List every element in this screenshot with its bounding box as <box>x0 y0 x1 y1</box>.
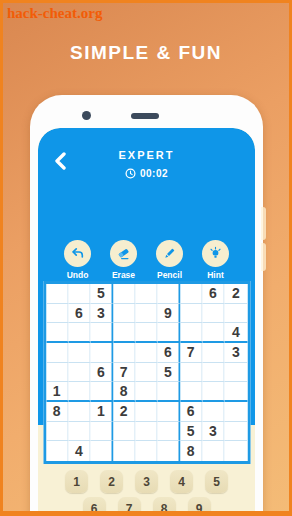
pencil-label: Pencil <box>157 270 182 280</box>
cell-r1c4[interactable] <box>113 284 135 304</box>
cell-r3c6[interactable] <box>158 323 180 343</box>
promo-image: hack-cheat.org SIMPLE & FUN EXPERT <box>0 0 292 516</box>
cell-r6c6[interactable] <box>158 382 180 402</box>
cell-r3c9[interactable]: 4 <box>225 323 247 343</box>
numpad-button-8[interactable]: 8 <box>153 497 176 516</box>
toolbar: Undo Erase <box>38 240 255 280</box>
cell-r1c5[interactable] <box>135 284 157 304</box>
cell-r7c7[interactable]: 6 <box>180 402 202 422</box>
cell-r2c4[interactable] <box>113 304 135 324</box>
cell-r6c4[interactable]: 8 <box>113 382 135 402</box>
cell-r1c6[interactable] <box>158 284 180 304</box>
undo-icon <box>64 240 91 267</box>
cell-r9c3[interactable] <box>91 441 113 461</box>
pencil-icon <box>156 240 183 267</box>
cell-r8c6[interactable] <box>158 422 180 442</box>
hint-label: Hint <box>207 270 224 280</box>
cell-r8c5[interactable] <box>135 422 157 442</box>
eraser-icon <box>110 240 137 267</box>
cell-r5c7[interactable] <box>180 363 202 383</box>
cell-r6c7[interactable] <box>180 382 202 402</box>
phone-power-button <box>261 243 266 271</box>
cell-r1c7[interactable] <box>180 284 202 304</box>
cell-r7c2[interactable] <box>68 402 90 422</box>
cell-r1c8[interactable]: 6 <box>202 284 224 304</box>
cell-r4c4[interactable] <box>113 343 135 363</box>
cell-r2c2[interactable]: 6 <box>68 304 90 324</box>
cell-r6c2[interactable] <box>68 382 90 402</box>
cell-r9c6[interactable] <box>158 441 180 461</box>
cell-r4c6[interactable]: 6 <box>158 343 180 363</box>
cell-r7c4[interactable]: 2 <box>113 402 135 422</box>
cell-r5c5[interactable] <box>135 363 157 383</box>
cell-r3c1[interactable] <box>46 323 68 343</box>
undo-label: Undo <box>67 270 89 280</box>
sudoku-grid: 56263946736751881265348 <box>43 281 250 464</box>
cell-r2c3[interactable]: 3 <box>91 304 113 324</box>
undo-button[interactable]: Undo <box>64 240 91 280</box>
banner-title: SIMPLE & FUN <box>0 42 292 64</box>
cell-r5c6[interactable]: 5 <box>158 363 180 383</box>
cell-r3c3[interactable] <box>91 323 113 343</box>
cell-r9c5[interactable] <box>135 441 157 461</box>
cell-r1c1[interactable] <box>46 284 68 304</box>
cell-r4c1[interactable] <box>46 343 68 363</box>
cell-r8c4[interactable] <box>113 422 135 442</box>
cell-r3c5[interactable] <box>135 323 157 343</box>
cell-r6c9[interactable] <box>225 382 247 402</box>
cell-r8c2[interactable] <box>68 422 90 442</box>
cell-r5c2[interactable] <box>68 363 90 383</box>
cell-r9c1[interactable] <box>46 441 68 461</box>
cell-r1c9[interactable]: 2 <box>225 284 247 304</box>
cell-r2c5[interactable] <box>135 304 157 324</box>
cell-r9c2[interactable]: 4 <box>68 441 90 461</box>
phone-mockup: EXPERT 00:02 <box>30 95 263 516</box>
cell-r8c9[interactable] <box>225 422 247 442</box>
numpad-button-5[interactable]: 5 <box>205 470 228 493</box>
cell-r5c4[interactable]: 7 <box>113 363 135 383</box>
cell-r6c8[interactable] <box>202 382 224 402</box>
numpad-button-9[interactable]: 9 <box>188 497 211 516</box>
watermark: hack-cheat.org <box>7 5 102 22</box>
cell-r7c3[interactable]: 1 <box>91 402 113 422</box>
cell-r6c5[interactable] <box>135 382 157 402</box>
cell-r4c7[interactable]: 7 <box>180 343 202 363</box>
cell-r3c2[interactable] <box>68 323 90 343</box>
cell-r7c1[interactable]: 8 <box>46 402 68 422</box>
numpad-button-4[interactable]: 4 <box>170 470 193 493</box>
cell-r6c3[interactable] <box>91 382 113 402</box>
cell-r7c9[interactable] <box>225 402 247 422</box>
cell-r5c3[interactable]: 6 <box>91 363 113 383</box>
cell-r4c2[interactable] <box>68 343 90 363</box>
phone-speaker <box>131 113 159 119</box>
numpad-button-7[interactable]: 7 <box>118 497 141 516</box>
cell-r4c8[interactable] <box>202 343 224 363</box>
cell-r5c8[interactable] <box>202 363 224 383</box>
cell-r7c8[interactable] <box>202 402 224 422</box>
phone-volume-button <box>261 207 266 240</box>
cell-r7c6[interactable] <box>158 402 180 422</box>
app-screen: EXPERT 00:02 <box>38 128 255 516</box>
hint-button[interactable]: Hint <box>202 240 229 280</box>
timer: 00:02 <box>38 168 255 179</box>
cell-r8c1[interactable] <box>46 422 68 442</box>
cell-r2c9[interactable] <box>225 304 247 324</box>
cell-r1c2[interactable] <box>68 284 90 304</box>
numpad-row-2: 6789 <box>38 497 255 516</box>
cell-r3c8[interactable] <box>202 323 224 343</box>
cell-r4c9[interactable]: 3 <box>225 343 247 363</box>
numpad-button-1[interactable]: 1 <box>65 470 88 493</box>
cell-r9c4[interactable] <box>113 441 135 461</box>
cell-r8c7[interactable]: 5 <box>180 422 202 442</box>
cell-r3c4[interactable] <box>113 323 135 343</box>
cell-r4c3[interactable] <box>91 343 113 363</box>
timer-value: 00:02 <box>140 168 168 179</box>
cell-r8c8[interactable]: 3 <box>202 422 224 442</box>
cell-r3c7[interactable] <box>180 323 202 343</box>
erase-button[interactable]: Erase <box>110 240 137 280</box>
cell-r2c8[interactable] <box>202 304 224 324</box>
pencil-button[interactable]: Pencil <box>156 240 183 280</box>
cell-r2c1[interactable] <box>46 304 68 324</box>
numpad-row-1: 12345 <box>38 470 255 493</box>
difficulty-label: EXPERT <box>38 149 255 161</box>
cell-r2c6[interactable]: 9 <box>158 304 180 324</box>
cell-r7c5[interactable] <box>135 402 157 422</box>
cell-r2c7[interactable] <box>180 304 202 324</box>
cell-r8c3[interactable] <box>91 422 113 442</box>
cell-r1c3[interactable]: 5 <box>91 284 113 304</box>
numpad-button-6[interactable]: 6 <box>83 497 106 516</box>
cell-r9c9[interactable] <box>225 441 247 461</box>
numpad-button-3[interactable]: 3 <box>135 470 158 493</box>
erase-label: Erase <box>112 270 135 280</box>
phone-camera-dot <box>82 111 91 120</box>
numpad-button-2[interactable]: 2 <box>100 470 123 493</box>
cell-r9c8[interactable] <box>202 441 224 461</box>
cell-r6c1[interactable]: 1 <box>46 382 68 402</box>
cell-r5c1[interactable] <box>46 363 68 383</box>
clock-icon <box>125 168 136 179</box>
hint-icon <box>202 240 229 267</box>
cell-r9c7[interactable]: 8 <box>180 441 202 461</box>
cell-r5c9[interactable] <box>225 363 247 383</box>
cell-r4c5[interactable] <box>135 343 157 363</box>
